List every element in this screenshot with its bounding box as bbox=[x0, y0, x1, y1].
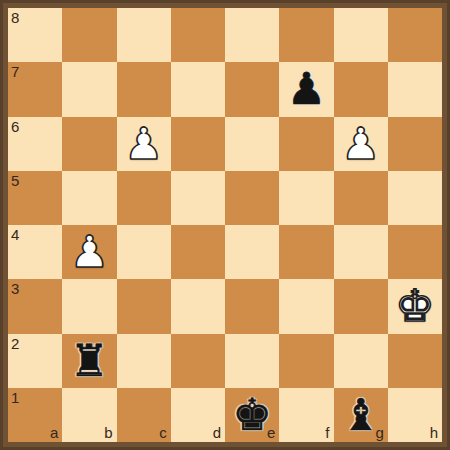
rank-label-4: 4 bbox=[11, 227, 19, 242]
square-f3[interactable] bbox=[279, 279, 333, 333]
square-d2[interactable] bbox=[171, 334, 225, 388]
square-a3[interactable]: 3 bbox=[8, 279, 62, 333]
square-e5[interactable] bbox=[225, 171, 279, 225]
square-f2[interactable] bbox=[279, 334, 333, 388]
file-label-d: d bbox=[213, 425, 221, 440]
square-c1[interactable]: c bbox=[117, 388, 171, 442]
square-b8[interactable] bbox=[62, 8, 116, 62]
chess-board: 87♟6♟♟54♟3♚2♜1abcde♚fg♝h bbox=[8, 8, 442, 442]
square-c8[interactable] bbox=[117, 8, 171, 62]
square-f5[interactable] bbox=[279, 171, 333, 225]
square-c4[interactable] bbox=[117, 225, 171, 279]
square-h5[interactable] bbox=[388, 171, 442, 225]
square-g2[interactable] bbox=[334, 334, 388, 388]
square-d8[interactable] bbox=[171, 8, 225, 62]
square-d4[interactable] bbox=[171, 225, 225, 279]
square-c2[interactable] bbox=[117, 334, 171, 388]
chess-board-frame: 87♟6♟♟54♟3♚2♜1abcde♚fg♝h bbox=[0, 0, 450, 450]
square-e1[interactable]: e♚ bbox=[225, 388, 279, 442]
rank-label-1: 1 bbox=[11, 390, 19, 405]
square-e4[interactable] bbox=[225, 225, 279, 279]
square-a1[interactable]: 1a bbox=[8, 388, 62, 442]
square-b4[interactable]: ♟ bbox=[62, 225, 116, 279]
square-c5[interactable] bbox=[117, 171, 171, 225]
file-label-f: f bbox=[325, 425, 329, 440]
square-g8[interactable] bbox=[334, 8, 388, 62]
square-g6[interactable]: ♟ bbox=[334, 117, 388, 171]
square-f7[interactable]: ♟ bbox=[279, 62, 333, 116]
square-a2[interactable]: 2 bbox=[8, 334, 62, 388]
square-b2[interactable]: ♜ bbox=[62, 334, 116, 388]
file-label-a: a bbox=[50, 425, 58, 440]
square-g7[interactable] bbox=[334, 62, 388, 116]
square-b7[interactable] bbox=[62, 62, 116, 116]
white-pawn-piece[interactable]: ♟ bbox=[70, 225, 109, 279]
square-g4[interactable] bbox=[334, 225, 388, 279]
square-b3[interactable] bbox=[62, 279, 116, 333]
square-c6[interactable]: ♟ bbox=[117, 117, 171, 171]
square-g1[interactable]: g♝ bbox=[334, 388, 388, 442]
white-king-piece[interactable]: ♚ bbox=[395, 279, 434, 333]
square-d5[interactable] bbox=[171, 171, 225, 225]
rank-label-5: 5 bbox=[11, 173, 19, 188]
square-e6[interactable] bbox=[225, 117, 279, 171]
square-d3[interactable] bbox=[171, 279, 225, 333]
rank-label-8: 8 bbox=[11, 10, 19, 25]
square-a6[interactable]: 6 bbox=[8, 117, 62, 171]
square-g5[interactable] bbox=[334, 171, 388, 225]
square-e8[interactable] bbox=[225, 8, 279, 62]
square-f8[interactable] bbox=[279, 8, 333, 62]
square-b1[interactable]: b bbox=[62, 388, 116, 442]
square-h3[interactable]: ♚ bbox=[388, 279, 442, 333]
rank-label-2: 2 bbox=[11, 336, 19, 351]
square-h2[interactable] bbox=[388, 334, 442, 388]
square-d6[interactable] bbox=[171, 117, 225, 171]
square-g3[interactable] bbox=[334, 279, 388, 333]
white-pawn-piece[interactable]: ♟ bbox=[341, 117, 380, 171]
square-b5[interactable] bbox=[62, 171, 116, 225]
square-e3[interactable] bbox=[225, 279, 279, 333]
square-h8[interactable] bbox=[388, 8, 442, 62]
square-h1[interactable]: h bbox=[388, 388, 442, 442]
black-rook-piece[interactable]: ♜ bbox=[70, 334, 109, 388]
square-e2[interactable] bbox=[225, 334, 279, 388]
square-f1[interactable]: f bbox=[279, 388, 333, 442]
square-a8[interactable]: 8 bbox=[8, 8, 62, 62]
white-pawn-piece[interactable]: ♟ bbox=[124, 117, 163, 171]
file-label-b: b bbox=[104, 425, 112, 440]
black-pawn-piece[interactable]: ♟ bbox=[287, 62, 326, 116]
rank-label-7: 7 bbox=[11, 64, 19, 79]
square-a5[interactable]: 5 bbox=[8, 171, 62, 225]
square-c3[interactable] bbox=[117, 279, 171, 333]
square-h6[interactable] bbox=[388, 117, 442, 171]
square-a4[interactable]: 4 bbox=[8, 225, 62, 279]
square-a7[interactable]: 7 bbox=[8, 62, 62, 116]
square-h7[interactable] bbox=[388, 62, 442, 116]
square-f4[interactable] bbox=[279, 225, 333, 279]
black-bishop-piece[interactable]: ♝ bbox=[341, 388, 380, 442]
square-b6[interactable] bbox=[62, 117, 116, 171]
rank-label-3: 3 bbox=[11, 281, 19, 296]
square-h4[interactable] bbox=[388, 225, 442, 279]
square-d1[interactable]: d bbox=[171, 388, 225, 442]
file-label-c: c bbox=[159, 425, 167, 440]
black-king-piece[interactable]: ♚ bbox=[232, 388, 271, 442]
file-label-h: h bbox=[430, 425, 438, 440]
square-f6[interactable] bbox=[279, 117, 333, 171]
rank-label-6: 6 bbox=[11, 119, 19, 134]
square-c7[interactable] bbox=[117, 62, 171, 116]
square-e7[interactable] bbox=[225, 62, 279, 116]
square-d7[interactable] bbox=[171, 62, 225, 116]
